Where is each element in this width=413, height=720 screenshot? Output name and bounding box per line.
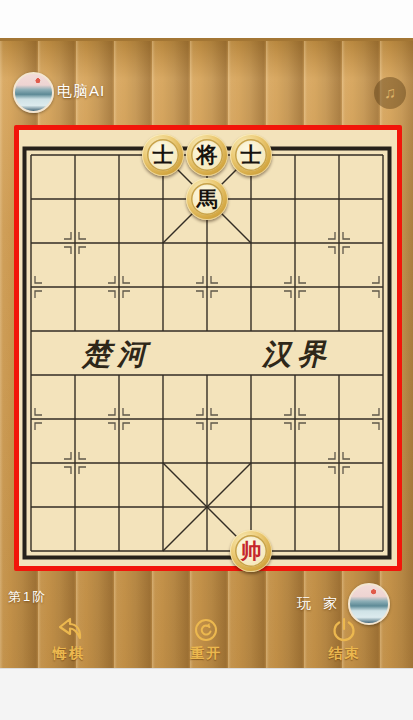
piece-face: 馬 (191, 183, 223, 215)
piece-black-general[interactable]: 将 (186, 134, 228, 176)
restart-button-label: 重开 (190, 645, 222, 663)
end-button[interactable]: 结束 (299, 616, 389, 663)
xiangqi-board[interactable]: 楚河 汉界 士将士馬帅 (14, 125, 402, 571)
piece-face: 士 (235, 139, 267, 171)
undo-button-label: 悔棋 (53, 645, 85, 663)
piece-black-advisor[interactable]: 士 (142, 134, 184, 176)
piece-glyph: 帅 (241, 540, 262, 561)
opponent-avatar (13, 72, 54, 113)
piece-black-advisor[interactable]: 士 (230, 134, 272, 176)
restart-icon (192, 616, 220, 644)
piece-red-general[interactable]: 帅 (230, 530, 272, 572)
music-note-icon[interactable]: ♫ (374, 77, 406, 109)
piece-face: 帅 (235, 535, 267, 567)
undo-arrow-icon (54, 616, 84, 644)
piece-face: 士 (147, 139, 179, 171)
undo-button[interactable]: 悔棋 (24, 616, 114, 663)
piece-black-horse[interactable]: 馬 (186, 178, 228, 220)
power-icon (330, 616, 358, 644)
restart-button[interactable]: 重开 (161, 616, 251, 663)
piece-glyph: 将 (197, 144, 218, 165)
bottom-strip (0, 668, 413, 720)
opponent-name: 电脑AI (57, 82, 105, 101)
button-bar: 悔棋 重开 结束 (0, 616, 413, 668)
music-note-glyph: ♫ (384, 85, 396, 101)
end-button-label: 结束 (328, 645, 360, 663)
piece-layer[interactable]: 士将士馬帅 (9, 133, 405, 573)
stage-label: 第1阶 (8, 588, 47, 606)
app-screen: 电脑AI ♫ 楚河 汉界 士将士馬帅 第1阶 玩 家 悔棋 (0, 0, 413, 720)
piece-glyph: 士 (241, 144, 262, 165)
player-label: 玩 家 (297, 595, 341, 613)
piece-face: 将 (191, 139, 223, 171)
piece-glyph: 士 (153, 144, 174, 165)
piece-glyph: 馬 (197, 188, 218, 209)
status-bar (0, 0, 413, 38)
